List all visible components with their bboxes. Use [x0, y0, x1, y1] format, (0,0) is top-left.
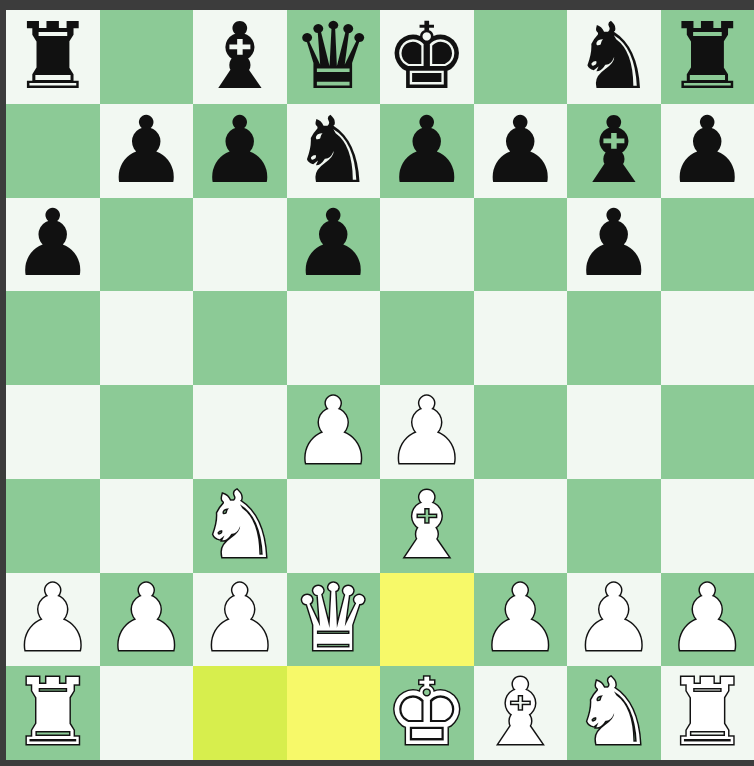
square-h3[interactable]: [661, 479, 754, 573]
square-a6[interactable]: ♟: [6, 198, 100, 292]
piece-black-king[interactable]: ♚: [386, 11, 468, 103]
square-b2[interactable]: ♟: [100, 573, 194, 667]
square-f2[interactable]: ♟: [474, 573, 568, 667]
square-h8[interactable]: ♜: [661, 10, 754, 104]
piece-white-rook[interactable]: ♜: [666, 667, 748, 759]
square-f4[interactable]: [474, 385, 568, 479]
square-a8[interactable]: ♜: [6, 10, 100, 104]
square-f1[interactable]: ♝: [474, 666, 568, 760]
square-h5[interactable]: [661, 291, 754, 385]
piece-black-queen[interactable]: ♛: [292, 11, 374, 103]
square-c8[interactable]: ♝: [193, 10, 287, 104]
square-g6[interactable]: ♟: [567, 198, 661, 292]
piece-black-rook[interactable]: ♜: [12, 11, 94, 103]
square-e1[interactable]: ♚: [380, 666, 474, 760]
square-c6[interactable]: [193, 198, 287, 292]
piece-black-pawn[interactable]: ♟: [386, 105, 468, 197]
piece-white-pawn[interactable]: ♟: [666, 573, 748, 665]
square-e4[interactable]: ♟: [380, 385, 474, 479]
piece-white-pawn[interactable]: ♟: [199, 573, 281, 665]
square-h1[interactable]: ♜: [661, 666, 754, 760]
square-g3[interactable]: [567, 479, 661, 573]
square-f8[interactable]: [474, 10, 568, 104]
piece-white-king[interactable]: ♚: [386, 667, 468, 759]
piece-white-bishop[interactable]: ♝: [386, 480, 468, 572]
square-c5[interactable]: [193, 291, 287, 385]
square-h6[interactable]: [661, 198, 754, 292]
square-a7[interactable]: [6, 104, 100, 198]
square-h7[interactable]: ♟: [661, 104, 754, 198]
square-b8[interactable]: [100, 10, 194, 104]
piece-black-pawn[interactable]: ♟: [666, 105, 748, 197]
piece-black-pawn[interactable]: ♟: [573, 198, 655, 290]
piece-black-pawn[interactable]: ♟: [479, 105, 561, 197]
square-a5[interactable]: [6, 291, 100, 385]
square-c7[interactable]: ♟: [193, 104, 287, 198]
square-c3[interactable]: ♞: [193, 479, 287, 573]
square-d6[interactable]: ♟: [287, 198, 381, 292]
board-frame: ♜♝♛♚♞♜♟♟♞♟♟♝♟♟♟♟♟♟♞♝♟♟♟♛♟♟♟♜♚♝♞♜: [0, 0, 754, 766]
square-g5[interactable]: [567, 291, 661, 385]
piece-white-bishop[interactable]: ♝: [479, 667, 561, 759]
square-b3[interactable]: [100, 479, 194, 573]
square-c1[interactable]: [193, 666, 287, 760]
piece-black-knight[interactable]: ♞: [573, 11, 655, 103]
square-g2[interactable]: ♟: [567, 573, 661, 667]
piece-white-knight[interactable]: ♞: [573, 667, 655, 759]
piece-white-pawn[interactable]: ♟: [105, 573, 187, 665]
square-c4[interactable]: [193, 385, 287, 479]
piece-white-knight[interactable]: ♞: [199, 480, 281, 572]
square-e3[interactable]: ♝: [380, 479, 474, 573]
piece-black-pawn[interactable]: ♟: [105, 105, 187, 197]
square-e8[interactable]: ♚: [380, 10, 474, 104]
piece-white-rook[interactable]: ♜: [12, 667, 94, 759]
square-g1[interactable]: ♞: [567, 666, 661, 760]
square-d7[interactable]: ♞: [287, 104, 381, 198]
square-a4[interactable]: [6, 385, 100, 479]
square-b6[interactable]: [100, 198, 194, 292]
square-d2[interactable]: ♛: [287, 573, 381, 667]
piece-black-knight[interactable]: ♞: [292, 105, 374, 197]
square-e6[interactable]: [380, 198, 474, 292]
square-f6[interactable]: [474, 198, 568, 292]
square-f5[interactable]: [474, 291, 568, 385]
chess-board: ♜♝♛♚♞♜♟♟♞♟♟♝♟♟♟♟♟♟♞♝♟♟♟♛♟♟♟♜♚♝♞♜: [6, 10, 754, 760]
square-f7[interactable]: ♟: [474, 104, 568, 198]
piece-black-bishop[interactable]: ♝: [573, 105, 655, 197]
piece-black-rook[interactable]: ♜: [666, 11, 748, 103]
piece-black-bishop[interactable]: ♝: [199, 11, 281, 103]
square-a1[interactable]: ♜: [6, 666, 100, 760]
piece-white-pawn[interactable]: ♟: [573, 573, 655, 665]
square-g7[interactable]: ♝: [567, 104, 661, 198]
square-a2[interactable]: ♟: [6, 573, 100, 667]
square-d5[interactable]: [287, 291, 381, 385]
piece-white-pawn[interactable]: ♟: [386, 386, 468, 478]
square-c2[interactable]: ♟: [193, 573, 287, 667]
square-b4[interactable]: [100, 385, 194, 479]
piece-black-pawn[interactable]: ♟: [199, 105, 281, 197]
piece-white-pawn[interactable]: ♟: [479, 573, 561, 665]
piece-white-pawn[interactable]: ♟: [12, 573, 94, 665]
piece-white-pawn[interactable]: ♟: [292, 386, 374, 478]
square-d3[interactable]: [287, 479, 381, 573]
piece-white-queen[interactable]: ♛: [292, 573, 374, 665]
square-e7[interactable]: ♟: [380, 104, 474, 198]
square-a3[interactable]: [6, 479, 100, 573]
square-e2[interactable]: [380, 573, 474, 667]
square-g4[interactable]: [567, 385, 661, 479]
square-b7[interactable]: ♟: [100, 104, 194, 198]
square-g8[interactable]: ♞: [567, 10, 661, 104]
piece-black-pawn[interactable]: ♟: [292, 198, 374, 290]
square-f3[interactable]: [474, 479, 568, 573]
square-e5[interactable]: [380, 291, 474, 385]
square-d4[interactable]: ♟: [287, 385, 381, 479]
square-d1[interactable]: [287, 666, 381, 760]
square-h2[interactable]: ♟: [661, 573, 754, 667]
square-b5[interactable]: [100, 291, 194, 385]
square-h4[interactable]: [661, 385, 754, 479]
piece-black-pawn[interactable]: ♟: [12, 198, 94, 290]
square-d8[interactable]: ♛: [287, 10, 381, 104]
square-b1[interactable]: [100, 666, 194, 760]
